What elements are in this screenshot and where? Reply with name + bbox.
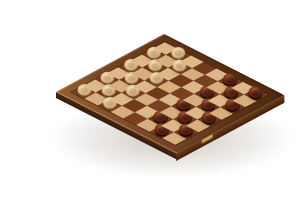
scene: ●●●●●●●●●●●●●●●●●●●●●●●●: [0, 0, 300, 200]
dark-checker[interactable]: ●: [249, 86, 263, 98]
dark-checker[interactable]: ●: [223, 73, 237, 85]
light-checker[interactable]: ●: [171, 47, 185, 59]
